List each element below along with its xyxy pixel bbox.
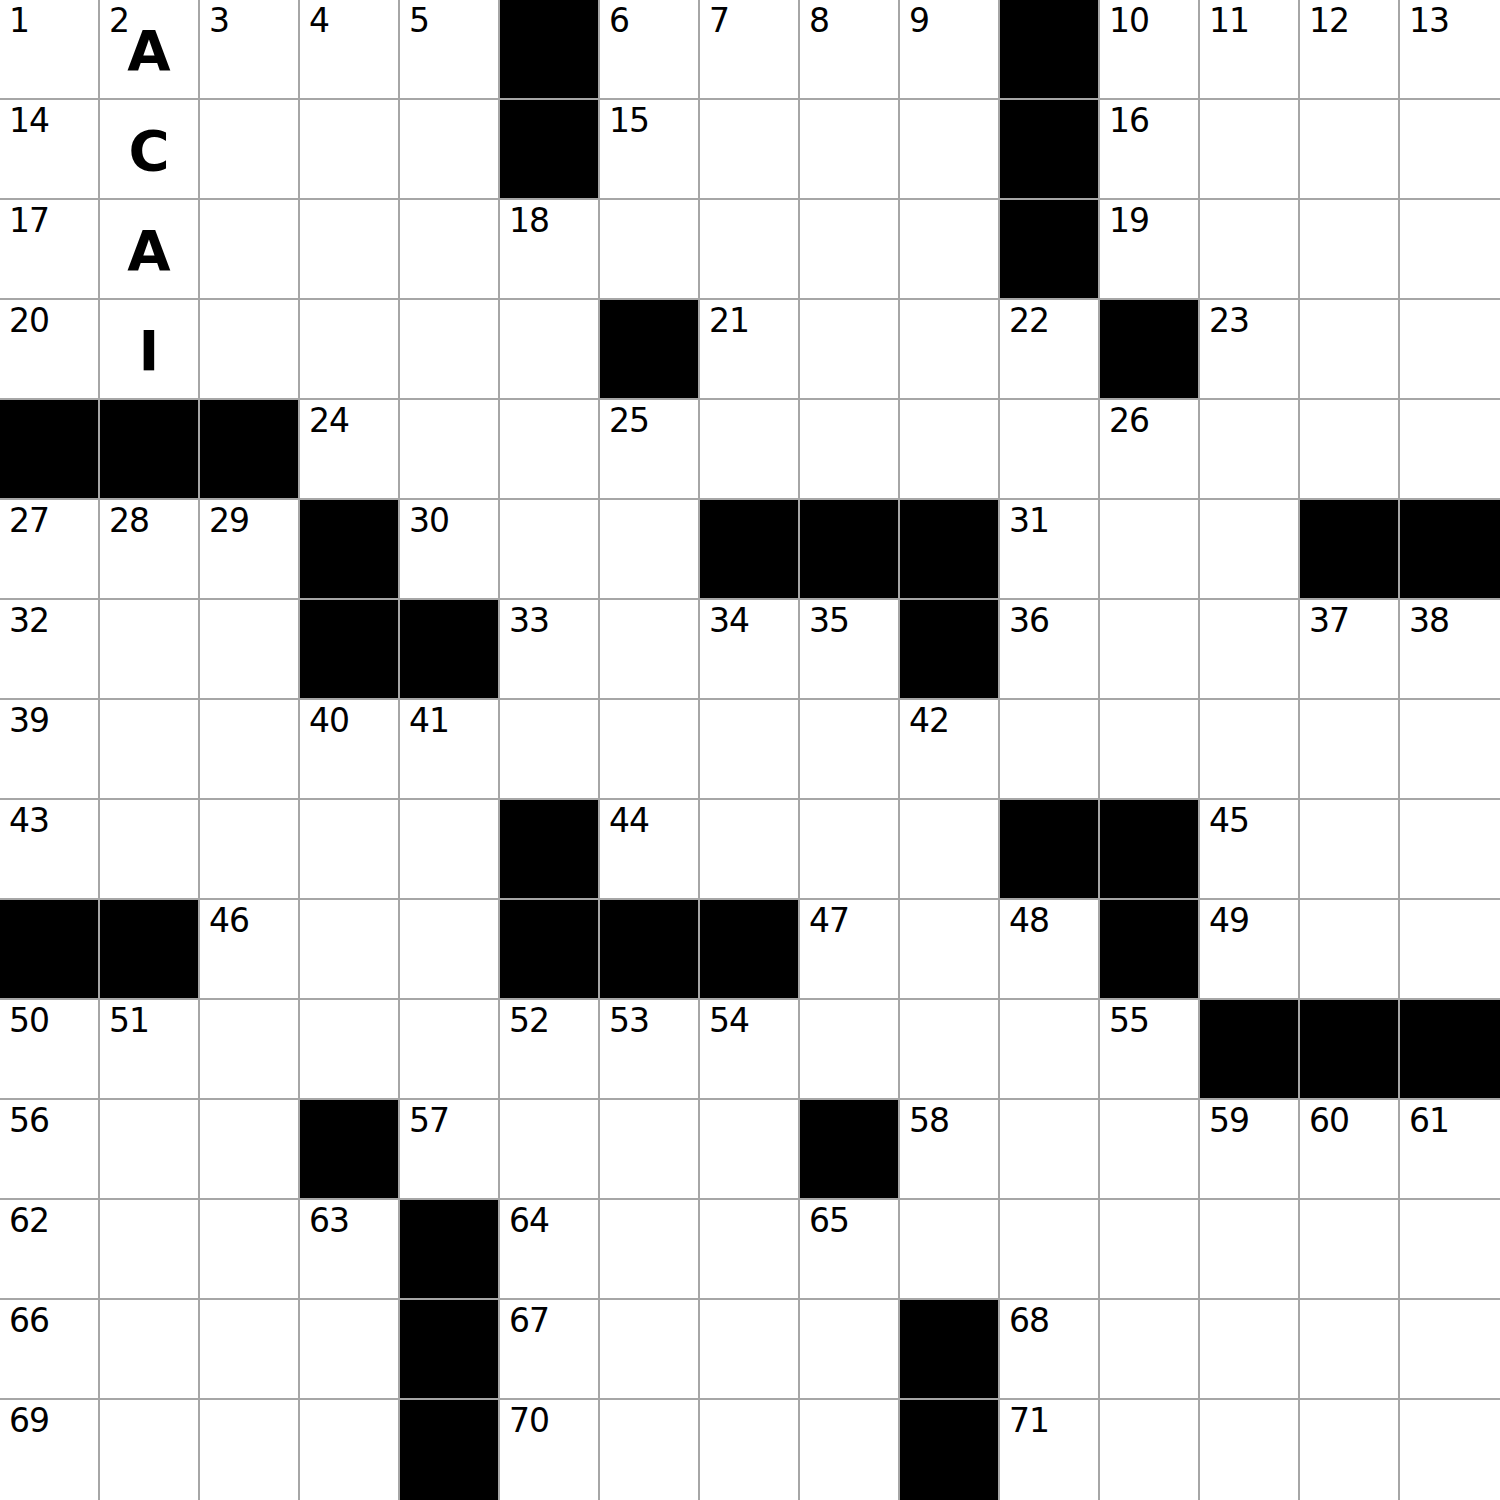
crossword-cell[interactable]: 8 (800, 0, 900, 100)
block-cell (400, 1400, 500, 1500)
crossword-cell[interactable] (1000, 700, 1100, 800)
crossword-cell[interactable]: 5 (400, 0, 500, 100)
clue-number: 38 (1409, 604, 1449, 639)
crossword-cell[interactable]: 40 (300, 700, 400, 800)
clue-number: 24 (309, 404, 349, 439)
crossword-cell[interactable] (600, 600, 700, 700)
crossword-cell[interactable]: 42 (900, 700, 1000, 800)
crossword-cell[interactable] (900, 800, 1000, 900)
crossword-cell[interactable] (900, 400, 1000, 500)
crossword-cell[interactable]: 61 (1400, 1100, 1500, 1200)
block-cell (0, 900, 100, 1000)
clue-number: 21 (709, 304, 749, 339)
crossword-cell[interactable]: 15 (600, 100, 700, 200)
crossword-cell[interactable] (100, 700, 200, 800)
clue-number: 28 (109, 504, 149, 539)
crossword-cell[interactable] (300, 300, 400, 400)
crossword-cell[interactable] (1300, 400, 1400, 500)
crossword-cell[interactable] (900, 1000, 1000, 1100)
crossword-cell[interactable]: 30 (400, 500, 500, 600)
crossword-cell[interactable] (1100, 700, 1200, 800)
crossword-cell[interactable] (1200, 400, 1300, 500)
crossword-cell[interactable] (700, 700, 800, 800)
crossword-cell[interactable]: 69 (0, 1400, 100, 1500)
crossword-cell[interactable] (800, 800, 900, 900)
crossword-cell[interactable] (800, 300, 900, 400)
block-cell (300, 600, 400, 700)
clue-number: 43 (9, 804, 49, 839)
clue-number: 42 (909, 704, 949, 739)
clue-number: 40 (309, 704, 349, 739)
crossword-cell[interactable]: 17 (0, 200, 100, 300)
crossword-cell[interactable]: 27 (0, 500, 100, 600)
cell-letter: A (127, 223, 170, 279)
crossword-cell[interactable]: 20 (0, 300, 100, 400)
crossword-cell[interactable] (600, 1100, 700, 1200)
crossword-cell[interactable] (1300, 700, 1400, 800)
block-cell (400, 1200, 500, 1300)
clue-number: 16 (1109, 104, 1149, 139)
cell-letter: I (139, 323, 160, 379)
crossword-cell[interactable] (300, 200, 400, 300)
clue-number: 39 (9, 704, 49, 739)
block-cell (1000, 200, 1100, 300)
crossword-cell[interactable] (1400, 900, 1500, 1000)
clue-number: 13 (1409, 4, 1449, 39)
clue-number: 34 (709, 604, 749, 639)
clue-number: 67 (509, 1304, 549, 1339)
crossword-cell[interactable]: 70 (500, 1400, 600, 1500)
crossword-cell[interactable] (800, 200, 900, 300)
clue-number: 55 (1109, 1004, 1149, 1039)
clue-number: 17 (9, 204, 49, 239)
crossword-cell[interactable] (800, 700, 900, 800)
crossword-cell[interactable]: 31 (1000, 500, 1100, 600)
crossword-cell[interactable] (1400, 100, 1500, 200)
crossword-cell[interactable]: 28 (100, 500, 200, 600)
block-cell (100, 900, 200, 1000)
block-cell (1400, 1000, 1500, 1100)
crossword-cell[interactable] (1100, 1400, 1200, 1500)
block-cell (1100, 300, 1200, 400)
block-cell (1300, 1000, 1400, 1100)
block-cell (400, 1300, 500, 1400)
crossword-cell[interactable]: 41 (400, 700, 500, 800)
crossword-cell[interactable]: 2A (100, 0, 200, 100)
clue-number: 50 (9, 1004, 49, 1039)
crossword-cell[interactable] (600, 200, 700, 300)
crossword-cell[interactable] (300, 900, 400, 1000)
crossword-cell[interactable] (1100, 600, 1200, 700)
crossword-cell[interactable] (700, 1100, 800, 1200)
clue-number: 53 (609, 1004, 649, 1039)
crossword-cell[interactable] (1100, 1300, 1200, 1400)
clue-number: 1 (9, 4, 29, 39)
crossword-cell[interactable]: 68 (1000, 1300, 1100, 1400)
clue-number: 20 (9, 304, 49, 339)
crossword-cell[interactable] (400, 100, 500, 200)
crossword-cell[interactable] (200, 1300, 300, 1400)
crossword-cell[interactable]: 66 (0, 1300, 100, 1400)
crossword-cell[interactable] (400, 200, 500, 300)
cell-letter: C (128, 123, 169, 179)
crossword-cell[interactable]: A (100, 200, 200, 300)
crossword-cell[interactable] (300, 800, 400, 900)
block-cell (500, 900, 600, 1000)
clue-number: 51 (109, 1004, 149, 1039)
crossword-cell[interactable]: 38 (1400, 600, 1500, 700)
crossword-cell[interactable] (300, 1300, 400, 1400)
crossword-cell[interactable] (1200, 700, 1300, 800)
crossword-cell[interactable]: 25 (600, 400, 700, 500)
crossword-cell[interactable]: 52 (500, 1000, 600, 1100)
crossword-cell[interactable] (200, 1100, 300, 1200)
crossword-cell[interactable] (500, 700, 600, 800)
crossword-cell[interactable] (100, 1200, 200, 1300)
block-cell (800, 1100, 900, 1200)
clue-number: 41 (409, 704, 449, 739)
crossword-cell[interactable] (1000, 1000, 1100, 1100)
block-cell (1300, 500, 1400, 600)
clue-number: 37 (1309, 604, 1349, 639)
crossword-cell[interactable]: 46 (200, 900, 300, 1000)
block-cell (200, 400, 300, 500)
crossword-cell[interactable] (900, 1200, 1000, 1300)
clue-number: 63 (309, 1204, 349, 1239)
crossword-cell[interactable] (200, 1400, 300, 1500)
clue-number: 9 (909, 4, 929, 39)
crossword-cell[interactable] (200, 1200, 300, 1300)
crossword-cell[interactable] (100, 1100, 200, 1200)
crossword-cell[interactable]: 62 (0, 1200, 100, 1300)
crossword-cell[interactable] (500, 400, 600, 500)
block-cell (300, 1100, 400, 1200)
crossword-cell[interactable]: 45 (1200, 800, 1300, 900)
crossword-cell[interactable]: 56 (0, 1100, 100, 1200)
block-cell (1000, 800, 1100, 900)
crossword-cell[interactable] (800, 1400, 900, 1500)
crossword-cell[interactable] (1300, 1300, 1400, 1400)
clue-number: 54 (709, 1004, 749, 1039)
crossword-cell[interactable] (1300, 200, 1400, 300)
crossword-cell[interactable] (300, 1000, 400, 1100)
crossword-cell[interactable] (1200, 500, 1300, 600)
block-cell (800, 500, 900, 600)
block-cell (600, 300, 700, 400)
clue-number: 5 (409, 4, 429, 39)
block-cell (900, 1400, 1000, 1500)
clue-number: 8 (809, 4, 829, 39)
clue-number: 58 (909, 1104, 949, 1139)
clue-number: 59 (1209, 1104, 1249, 1139)
block-cell (1000, 0, 1100, 100)
crossword-cell[interactable]: 37 (1300, 600, 1400, 700)
crossword-cell[interactable] (1200, 200, 1300, 300)
crossword-cell[interactable]: 57 (400, 1100, 500, 1200)
crossword-cell[interactable] (1200, 600, 1300, 700)
clue-number: 14 (9, 104, 49, 139)
crossword-cell[interactable] (600, 1300, 700, 1400)
clue-number: 61 (1409, 1104, 1449, 1139)
crossword-cell[interactable]: 21 (700, 300, 800, 400)
crossword-cell[interactable]: 65 (800, 1200, 900, 1300)
crossword-cell[interactable] (1100, 500, 1200, 600)
crossword-cell[interactable]: 14 (0, 100, 100, 200)
crossword-cell[interactable] (700, 200, 800, 300)
block-cell (600, 900, 700, 1000)
crossword-cell[interactable]: 11 (1200, 0, 1300, 100)
crossword-cell[interactable]: 33 (500, 600, 600, 700)
block-cell (700, 900, 800, 1000)
crossword-cell[interactable] (1400, 700, 1500, 800)
crossword-cell[interactable] (800, 400, 900, 500)
clue-number: 52 (509, 1004, 549, 1039)
clue-number: 48 (1009, 904, 1049, 939)
clue-number: 26 (1109, 404, 1149, 439)
crossword-cell[interactable] (200, 100, 300, 200)
crossword-cell[interactable] (800, 100, 900, 200)
clue-number: 22 (1009, 304, 1049, 339)
clue-number: 23 (1209, 304, 1249, 339)
clue-number: 60 (1309, 1104, 1349, 1139)
crossword-cell[interactable] (1300, 100, 1400, 200)
crossword-cell[interactable]: 67 (500, 1300, 600, 1400)
crossword-cell[interactable]: 9 (900, 0, 1000, 100)
block-cell (0, 400, 100, 500)
crossword-cell[interactable]: 60 (1300, 1100, 1400, 1200)
crossword-cell[interactable] (400, 400, 500, 500)
crossword-cell[interactable] (1000, 400, 1100, 500)
crossword-cell[interactable] (700, 800, 800, 900)
crossword-cell[interactable] (1000, 1200, 1100, 1300)
clue-number: 18 (509, 204, 549, 239)
crossword-cell[interactable]: 53 (600, 1000, 700, 1100)
crossword-cell[interactable] (1400, 1400, 1500, 1500)
crossword-cell[interactable] (800, 1000, 900, 1100)
clue-number: 68 (1009, 1304, 1049, 1339)
crossword-cell[interactable] (1400, 300, 1500, 400)
crossword-cell[interactable] (1200, 1300, 1300, 1400)
clue-number: 65 (809, 1204, 849, 1239)
clue-number: 47 (809, 904, 849, 939)
crossword-cell[interactable]: 44 (600, 800, 700, 900)
crossword-cell[interactable]: 39 (0, 700, 100, 800)
crossword-cell[interactable] (700, 1300, 800, 1400)
crossword-cell[interactable] (500, 500, 600, 600)
crossword-cell[interactable] (300, 100, 400, 200)
clue-number: 69 (9, 1404, 49, 1439)
crossword-cell[interactable] (700, 1200, 800, 1300)
crossword-cell[interactable] (1100, 1100, 1200, 1200)
crossword-cell[interactable] (600, 1400, 700, 1500)
block-cell (100, 400, 200, 500)
crossword-cell[interactable] (1200, 1200, 1300, 1300)
crossword-cell[interactable] (800, 1300, 900, 1400)
crossword-cell[interactable] (200, 300, 300, 400)
crossword-cell[interactable]: 23 (1200, 300, 1300, 400)
clue-number: 32 (9, 604, 49, 639)
clue-number: 30 (409, 504, 449, 539)
crossword-cell[interactable] (400, 1000, 500, 1100)
crossword-cell[interactable] (900, 100, 1000, 200)
block-cell (500, 800, 600, 900)
crossword-cell[interactable]: 47 (800, 900, 900, 1000)
crossword-cell[interactable] (900, 900, 1000, 1000)
crossword-cell[interactable]: 63 (300, 1200, 400, 1300)
crossword-cell[interactable]: 50 (0, 1000, 100, 1100)
crossword-cell[interactable]: 22 (1000, 300, 1100, 400)
crossword-cell[interactable]: 54 (700, 1000, 800, 1100)
clue-number: 15 (609, 104, 649, 139)
clue-number: 10 (1109, 4, 1149, 39)
crossword-cell[interactable] (700, 1400, 800, 1500)
block-cell (900, 600, 1000, 700)
clue-number: 6 (609, 4, 629, 39)
clue-number: 2 (109, 4, 129, 39)
clue-number: 25 (609, 404, 649, 439)
block-cell (700, 500, 800, 600)
crossword-cell[interactable] (1100, 1200, 1200, 1300)
crossword-cell[interactable] (400, 300, 500, 400)
crossword-cell[interactable] (1300, 800, 1400, 900)
clue-number: 12 (1309, 4, 1349, 39)
block-cell (1100, 800, 1200, 900)
crossword-cell[interactable] (300, 1400, 400, 1500)
crossword-cell[interactable]: 29 (200, 500, 300, 600)
block-cell (900, 500, 1000, 600)
block-cell (500, 100, 600, 200)
clue-number: 31 (1009, 504, 1049, 539)
crossword-cell[interactable]: I (100, 300, 200, 400)
clue-number: 45 (1209, 804, 1249, 839)
crossword-cell[interactable] (1000, 1100, 1100, 1200)
crossword-cell[interactable] (200, 800, 300, 900)
clue-number: 46 (209, 904, 249, 939)
crossword-cell[interactable]: C (100, 100, 200, 200)
crossword-cell[interactable] (200, 1000, 300, 1100)
crossword-cell[interactable] (700, 100, 800, 200)
block-cell (1100, 900, 1200, 1000)
cell-letter: A (127, 23, 170, 79)
crossword-cell[interactable]: 6 (600, 0, 700, 100)
crossword-cell[interactable] (1300, 900, 1400, 1000)
crossword-cell[interactable]: 10 (1100, 0, 1200, 100)
crossword-cell[interactable]: 12 (1300, 0, 1400, 100)
crossword-cell[interactable] (1400, 200, 1500, 300)
clue-number: 57 (409, 1104, 449, 1139)
crossword-cell[interactable] (600, 500, 700, 600)
crossword-cell[interactable] (100, 800, 200, 900)
crossword-cell[interactable] (1300, 1400, 1400, 1500)
crossword-cell[interactable]: 32 (0, 600, 100, 700)
block-cell (300, 500, 400, 600)
clue-number: 3 (209, 4, 229, 39)
clue-number: 35 (809, 604, 849, 639)
crossword-board: 12A34567891011121314C151617A181920I21222… (0, 0, 1500, 1500)
clue-number: 7 (709, 4, 729, 39)
crossword-cell[interactable]: 19 (1100, 200, 1200, 300)
crossword-cell[interactable] (600, 700, 700, 800)
block-cell (500, 0, 600, 100)
crossword-cell[interactable] (1300, 1200, 1400, 1300)
crossword-cell[interactable] (200, 200, 300, 300)
crossword-cell[interactable]: 51 (100, 1000, 200, 1100)
crossword-cell[interactable] (100, 1400, 200, 1500)
crossword-cell[interactable] (200, 700, 300, 800)
crossword-cell[interactable]: 26 (1100, 400, 1200, 500)
crossword-cell[interactable]: 4 (300, 0, 400, 100)
clue-number: 56 (9, 1104, 49, 1139)
clue-number: 64 (509, 1204, 549, 1239)
clue-number: 71 (1009, 1404, 1049, 1439)
clue-number: 33 (509, 604, 549, 639)
crossword-cell[interactable]: 7 (700, 0, 800, 100)
crossword-cell[interactable] (400, 900, 500, 1000)
clue-number: 11 (1209, 4, 1249, 39)
block-cell (1400, 500, 1500, 600)
crossword-cell[interactable] (500, 1100, 600, 1200)
crossword-cell[interactable] (1400, 1200, 1500, 1300)
crossword-cell[interactable] (1200, 1400, 1300, 1500)
crossword-cell[interactable] (100, 1300, 200, 1400)
crossword-cell[interactable] (1300, 300, 1400, 400)
block-cell (1000, 100, 1100, 200)
clue-number: 49 (1209, 904, 1249, 939)
crossword-cell[interactable]: 71 (1000, 1400, 1100, 1500)
clue-number: 66 (9, 1304, 49, 1339)
clue-number: 29 (209, 504, 249, 539)
clue-number: 70 (509, 1404, 549, 1439)
crossword-cell[interactable] (100, 600, 200, 700)
crossword-cell[interactable]: 58 (900, 1100, 1000, 1200)
crossword-cell[interactable]: 59 (1200, 1100, 1300, 1200)
crossword-cell[interactable] (400, 800, 500, 900)
clue-number: 62 (9, 1204, 49, 1239)
crossword-cell[interactable]: 36 (1000, 600, 1100, 700)
crossword-cell[interactable]: 43 (0, 800, 100, 900)
block-cell (400, 600, 500, 700)
crossword-cell[interactable]: 24 (300, 400, 400, 500)
crossword-cell[interactable] (500, 300, 600, 400)
clue-number: 27 (9, 504, 49, 539)
crossword-cell[interactable] (1200, 100, 1300, 200)
clue-number: 36 (1009, 604, 1049, 639)
crossword-cell[interactable]: 55 (1100, 1000, 1200, 1100)
crossword-cell[interactable] (200, 600, 300, 700)
crossword-cell[interactable]: 35 (800, 600, 900, 700)
block-cell (1200, 1000, 1300, 1100)
clue-number: 19 (1109, 204, 1149, 239)
crossword-cell[interactable] (1400, 400, 1500, 500)
crossword-cell[interactable]: 18 (500, 200, 600, 300)
crossword-cell[interactable]: 64 (500, 1200, 600, 1300)
crossword-cell[interactable] (1400, 800, 1500, 900)
crossword-cell[interactable]: 16 (1100, 100, 1200, 200)
crossword-cell[interactable]: 49 (1200, 900, 1300, 1000)
crossword-cell[interactable] (900, 200, 1000, 300)
crossword-cell[interactable]: 1 (0, 0, 100, 100)
crossword-cell[interactable] (600, 1200, 700, 1300)
crossword-cell[interactable]: 48 (1000, 900, 1100, 1000)
crossword-cell[interactable] (700, 400, 800, 500)
crossword-cell[interactable]: 3 (200, 0, 300, 100)
crossword-cell[interactable]: 13 (1400, 0, 1500, 100)
crossword-cell[interactable] (1400, 1300, 1500, 1400)
crossword-cell[interactable] (900, 300, 1000, 400)
clue-number: 4 (309, 4, 329, 39)
crossword-cell[interactable]: 34 (700, 600, 800, 700)
clue-number: 44 (609, 804, 649, 839)
